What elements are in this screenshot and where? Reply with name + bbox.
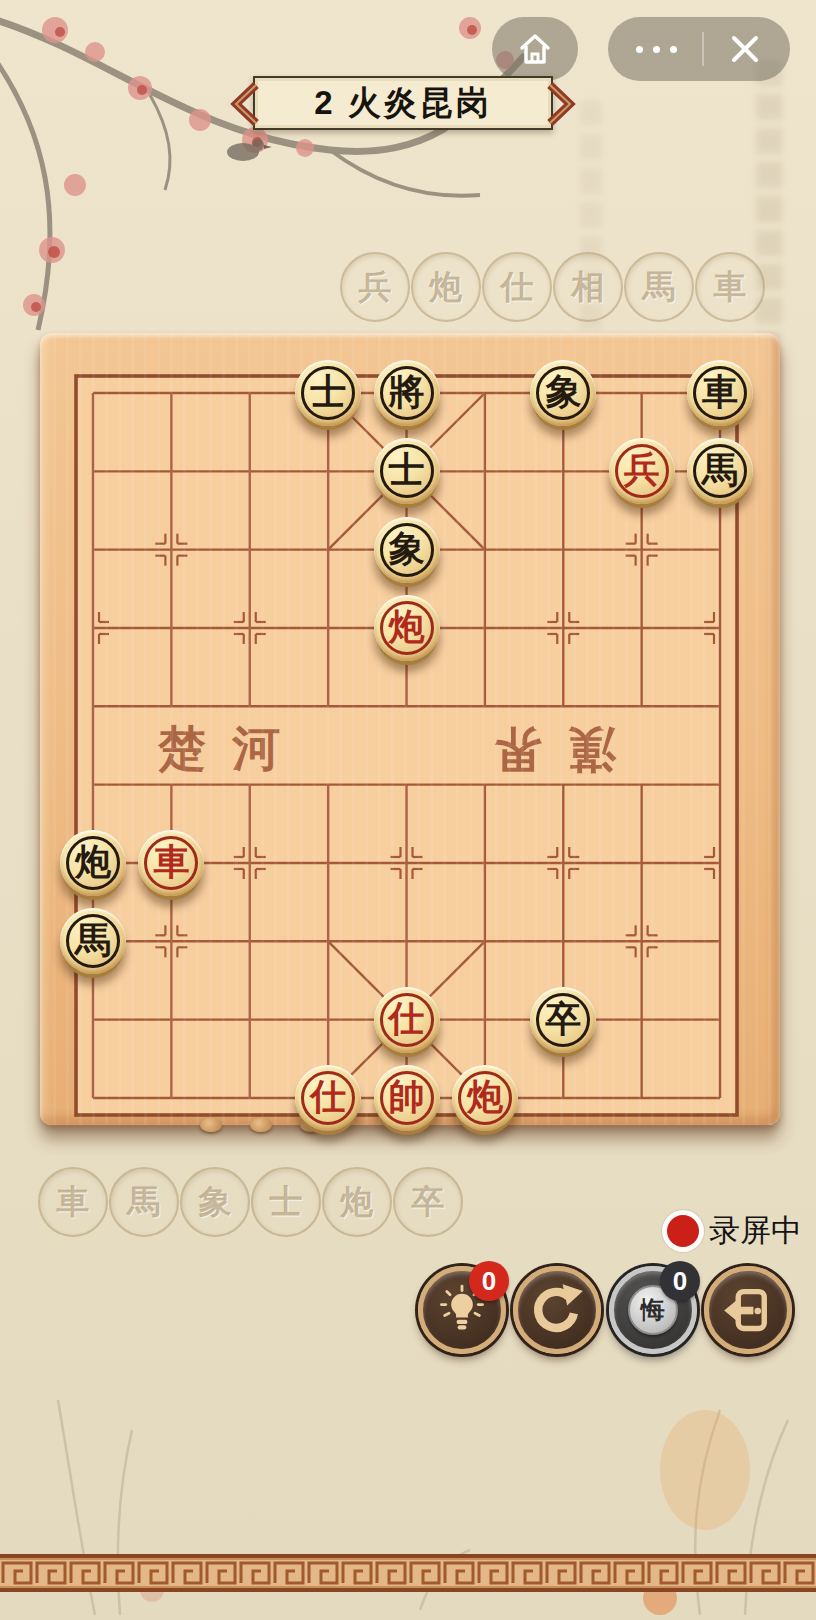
piece-ring: 將: [380, 366, 434, 420]
piece-character: 士: [310, 374, 346, 410]
piece-ring: 士: [380, 444, 434, 498]
piece-ring: 象: [536, 366, 590, 420]
piece-red-chariot[interactable]: 車: [138, 830, 204, 896]
level-title: 2 火炎昆岗: [314, 81, 492, 126]
home-icon: [515, 29, 555, 69]
piece-ring: 馬: [693, 444, 747, 498]
piece-ring: 車: [693, 366, 747, 420]
board-edge-knob: [200, 1118, 222, 1132]
piece-red-advisor[interactable]: 仕: [295, 1065, 361, 1131]
system-menu-capsule: [608, 17, 790, 81]
river-label-left: 楚河: [158, 717, 306, 781]
close-button[interactable]: [728, 32, 762, 66]
banner-right-arrow-icon: [547, 81, 577, 127]
piece-ring: 帥: [380, 1071, 434, 1125]
piece-black-horse[interactable]: 馬: [60, 908, 126, 974]
capsule-divider: [702, 32, 704, 66]
piece-black-horse[interactable]: 馬: [687, 438, 753, 504]
captured-piece-slot-advisor: 士: [251, 1167, 321, 1237]
screen-recording-indicator: 录屏中: [667, 1210, 802, 1252]
captured-piece-slot-horse: 馬: [624, 252, 694, 322]
banner-left-arrow-icon: [229, 81, 259, 127]
captured-piece-slot-cannon: 炮: [411, 252, 481, 322]
river-label-right: 漢界: [468, 717, 616, 781]
piece-character: 炮: [467, 1079, 503, 1115]
piece-character: 士: [389, 452, 425, 488]
captured-piece-slot-chariot: 車: [695, 252, 765, 322]
restart-button[interactable]: [513, 1266, 601, 1354]
captured-piece-slot-soldier: 卒: [393, 1167, 463, 1237]
home-button[interactable]: [492, 17, 578, 81]
piece-character: 馬: [75, 922, 111, 958]
piece-character: 炮: [75, 844, 111, 880]
piece-character: 將: [389, 374, 425, 410]
piece-character: 象: [389, 531, 425, 567]
recording-label: 录屏中: [709, 1210, 802, 1252]
piece-black-advisor[interactable]: 士: [295, 360, 361, 426]
recording-dot-icon: [667, 1215, 699, 1247]
piece-character: 仕: [310, 1079, 346, 1115]
undo-label: 悔: [641, 1294, 665, 1326]
captured-piece-slot-soldier: 兵: [340, 252, 410, 322]
captured-piece-slot-chariot: 車: [38, 1167, 108, 1237]
piece-ring: 卒: [536, 993, 590, 1047]
piece-character: 車: [153, 844, 189, 880]
piece-ring: 炮: [458, 1071, 512, 1125]
piece-character: 象: [545, 374, 581, 410]
piece-black-soldier[interactable]: 卒: [530, 987, 596, 1053]
piece-ring: 馬: [66, 914, 120, 968]
refresh-icon: [530, 1283, 584, 1337]
piece-character: 兵: [624, 452, 660, 488]
captured-piece-slot-cannon: 炮: [322, 1167, 392, 1237]
piece-black-chariot[interactable]: 車: [687, 360, 753, 426]
piece-red-advisor[interactable]: 仕: [374, 987, 440, 1053]
piece-black-advisor[interactable]: 士: [374, 438, 440, 504]
hint-button[interactable]: 0: [418, 1266, 506, 1354]
piece-ring: 仕: [380, 993, 434, 1047]
level-title-banner: 2 火炎昆岗: [253, 76, 553, 130]
xiangqi-board[interactable]: 楚河 漢界 士將象車士兵馬象炮炮車馬仕卒仕帥炮: [40, 333, 780, 1125]
captured-piece-slot-elephant: 象: [180, 1167, 250, 1237]
piece-ring: 車: [144, 836, 198, 890]
piece-character: 帥: [389, 1079, 425, 1115]
piece-character: 炮: [389, 609, 425, 645]
piece-ring: 仕: [301, 1071, 355, 1125]
captured-piece-slot-horse: 馬: [109, 1167, 179, 1237]
piece-ring: 士: [301, 366, 355, 420]
piece-character: 馬: [702, 452, 738, 488]
piece-red-soldier[interactable]: 兵: [609, 438, 675, 504]
piece-ring: 象: [380, 523, 434, 577]
piece-character: 仕: [389, 1001, 425, 1037]
piece-character: 車: [702, 374, 738, 410]
piece-ring: 兵: [615, 444, 669, 498]
board-edge-knob: [250, 1118, 272, 1132]
captured-piece-slot-elephant: 相: [553, 252, 623, 322]
piece-black-elephant[interactable]: 象: [374, 517, 440, 583]
captured-tray-top: 兵炮仕相馬車: [340, 252, 765, 322]
undo-count-badge: 0: [660, 1261, 700, 1301]
bird-art: [227, 139, 272, 161]
piece-red-general[interactable]: 帥: [374, 1065, 440, 1131]
captured-tray-bottom: 車馬象士炮卒: [38, 1167, 463, 1237]
close-x-icon: [734, 38, 756, 60]
exit-button[interactable]: [704, 1266, 792, 1354]
piece-black-cannon[interactable]: 炮: [60, 830, 126, 896]
hint-count-badge: 0: [469, 1261, 509, 1301]
piece-character: 卒: [545, 1001, 581, 1037]
piece-red-cannon[interactable]: 炮: [374, 595, 440, 661]
piece-black-elephant[interactable]: 象: [530, 360, 596, 426]
undo-button[interactable]: 悔 0: [609, 1266, 697, 1354]
exit-door-icon: [722, 1284, 774, 1336]
captured-piece-slot-advisor: 仕: [482, 252, 552, 322]
meander-border: [0, 1554, 816, 1592]
piece-red-cannon[interactable]: 炮: [452, 1065, 518, 1131]
piece-ring: 炮: [380, 601, 434, 655]
piece-ring: 炮: [66, 836, 120, 890]
piece-black-general[interactable]: 將: [374, 360, 440, 426]
more-button[interactable]: [636, 46, 677, 53]
